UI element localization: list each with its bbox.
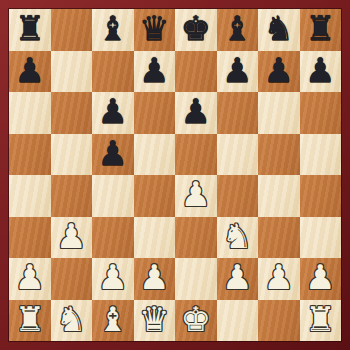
square-b5[interactable]: [51, 134, 93, 176]
square-c4[interactable]: [92, 175, 134, 217]
square-d1[interactable]: ♛: [134, 300, 176, 342]
square-b7[interactable]: [51, 51, 93, 93]
square-c3[interactable]: [92, 217, 134, 259]
square-d6[interactable]: [134, 92, 176, 134]
black-knight-icon[interactable]: ♞: [264, 9, 294, 49]
square-g4[interactable]: [258, 175, 300, 217]
square-a4[interactable]: [9, 175, 51, 217]
square-c6[interactable]: ♟: [92, 92, 134, 134]
square-e6[interactable]: ♟: [175, 92, 217, 134]
white-queen-icon[interactable]: ♛: [139, 300, 169, 340]
square-h8[interactable]: ♜: [300, 9, 342, 51]
square-c5[interactable]: ♟: [92, 134, 134, 176]
white-pawn-icon[interactable]: ♟: [98, 258, 128, 298]
square-f3[interactable]: ♞: [217, 217, 259, 259]
square-a3[interactable]: [9, 217, 51, 259]
square-b6[interactable]: [51, 92, 93, 134]
white-pawn-icon[interactable]: ♟: [15, 258, 45, 298]
square-e1[interactable]: ♚: [175, 300, 217, 342]
black-queen-icon[interactable]: ♛: [139, 9, 169, 49]
square-h6[interactable]: [300, 92, 342, 134]
square-g6[interactable]: [258, 92, 300, 134]
square-b8[interactable]: [51, 9, 93, 51]
square-g2[interactable]: ♟: [258, 258, 300, 300]
black-bishop-icon[interactable]: ♝: [222, 9, 252, 49]
square-f2[interactable]: ♟: [217, 258, 259, 300]
square-b3[interactable]: ♟: [51, 217, 93, 259]
square-f8[interactable]: ♝: [217, 9, 259, 51]
white-pawn-icon[interactable]: ♟: [305, 258, 335, 298]
square-e3[interactable]: [175, 217, 217, 259]
white-pawn-icon[interactable]: ♟: [56, 217, 86, 257]
square-d7[interactable]: ♟: [134, 51, 176, 93]
black-rook-icon[interactable]: ♜: [15, 9, 45, 49]
black-pawn-icon[interactable]: ♟: [98, 92, 128, 132]
square-a7[interactable]: ♟: [9, 51, 51, 93]
square-a1[interactable]: ♜: [9, 300, 51, 342]
white-bishop-icon[interactable]: ♝: [98, 300, 128, 340]
white-king-icon[interactable]: ♚: [181, 300, 211, 340]
square-f5[interactable]: [217, 134, 259, 176]
chess-board: ♜♝♛♚♝♞♜♟♟♟♟♟♟♟♟♟♟♞♟♟♟♟♟♟♜♞♝♛♚♜: [9, 9, 341, 341]
black-pawn-icon[interactable]: ♟: [139, 51, 169, 91]
square-f6[interactable]: [217, 92, 259, 134]
black-rook-icon[interactable]: ♜: [305, 9, 335, 49]
black-pawn-icon[interactable]: ♟: [264, 51, 294, 91]
square-h4[interactable]: [300, 175, 342, 217]
square-c2[interactable]: ♟: [92, 258, 134, 300]
white-pawn-icon[interactable]: ♟: [264, 258, 294, 298]
square-g3[interactable]: [258, 217, 300, 259]
square-g5[interactable]: [258, 134, 300, 176]
square-f7[interactable]: ♟: [217, 51, 259, 93]
square-e2[interactable]: [175, 258, 217, 300]
square-h3[interactable]: [300, 217, 342, 259]
square-b2[interactable]: [51, 258, 93, 300]
square-b1[interactable]: ♞: [51, 300, 93, 342]
square-g1[interactable]: [258, 300, 300, 342]
square-b4[interactable]: [51, 175, 93, 217]
black-pawn-icon[interactable]: ♟: [305, 51, 335, 91]
square-h7[interactable]: ♟: [300, 51, 342, 93]
white-rook-icon[interactable]: ♜: [15, 300, 45, 340]
square-d4[interactable]: [134, 175, 176, 217]
square-a5[interactable]: [9, 134, 51, 176]
white-rook-icon[interactable]: ♜: [305, 300, 335, 340]
square-e8[interactable]: ♚: [175, 9, 217, 51]
square-e5[interactable]: [175, 134, 217, 176]
black-pawn-icon[interactable]: ♟: [98, 134, 128, 174]
white-pawn-icon[interactable]: ♟: [181, 175, 211, 215]
square-e7[interactable]: [175, 51, 217, 93]
square-d5[interactable]: [134, 134, 176, 176]
black-bishop-icon[interactable]: ♝: [98, 9, 128, 49]
square-a6[interactable]: [9, 92, 51, 134]
square-g7[interactable]: ♟: [258, 51, 300, 93]
black-pawn-icon[interactable]: ♟: [15, 51, 45, 91]
square-g8[interactable]: ♞: [258, 9, 300, 51]
black-king-icon[interactable]: ♚: [181, 9, 211, 49]
white-knight-icon[interactable]: ♞: [56, 300, 86, 340]
square-h5[interactable]: [300, 134, 342, 176]
square-c1[interactable]: ♝: [92, 300, 134, 342]
square-f1[interactable]: [217, 300, 259, 342]
white-pawn-icon[interactable]: ♟: [139, 258, 169, 298]
square-h2[interactable]: ♟: [300, 258, 342, 300]
square-a2[interactable]: ♟: [9, 258, 51, 300]
square-d8[interactable]: ♛: [134, 9, 176, 51]
square-h1[interactable]: ♜: [300, 300, 342, 342]
square-c7[interactable]: [92, 51, 134, 93]
square-a8[interactable]: ♜: [9, 9, 51, 51]
black-pawn-icon[interactable]: ♟: [181, 92, 211, 132]
white-knight-icon[interactable]: ♞: [222, 217, 252, 257]
square-e4[interactable]: ♟: [175, 175, 217, 217]
board-frame: ♜♝♛♚♝♞♜♟♟♟♟♟♟♟♟♟♟♞♟♟♟♟♟♟♜♞♝♛♚♜: [0, 0, 350, 350]
square-d2[interactable]: ♟: [134, 258, 176, 300]
square-f4[interactable]: [217, 175, 259, 217]
black-pawn-icon[interactable]: ♟: [222, 51, 252, 91]
square-d3[interactable]: [134, 217, 176, 259]
square-c8[interactable]: ♝: [92, 9, 134, 51]
white-pawn-icon[interactable]: ♟: [222, 258, 252, 298]
